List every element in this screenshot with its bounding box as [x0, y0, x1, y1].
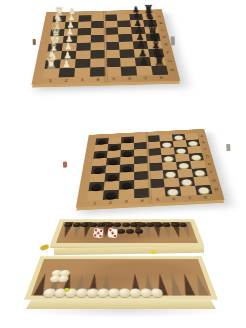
checker-light: ● [161, 154, 176, 162]
chess-board-view: 12345678 ABCDEFGH ♜♞♝♛♚♝♞♜♟♟♟♟♟♟♟♟♟♟♟♟♟♟… [21, 0, 204, 102]
backgammon-upper-half [49, 219, 204, 246]
chess-pieces-layer: ♜♞♝♛♚♝♞♜♟♟♟♟♟♟♟♟♟♟♟♟♟♟♟♟♜♞♝♛♚♝♞♜ [31, 9, 180, 84]
chess-piece-black-pawn: ♟ [136, 54, 152, 71]
label-sticker [150, 250, 157, 254]
chess-piece-white-pawn: ♟ [59, 56, 75, 73]
checker-dark: ● [119, 180, 134, 190]
checker-dark: ● [88, 182, 104, 192]
checker-dark: ● [91, 165, 106, 174]
clasp [226, 144, 230, 151]
checker-light: ● [160, 141, 174, 148]
hinge-pin [63, 161, 67, 167]
checker-dark: ● [120, 149, 134, 157]
checker-light: ● [188, 153, 203, 161]
checker-dark: ● [103, 190, 119, 200]
checker-light: ● [165, 187, 182, 197]
backgammon-checker-dark [122, 223, 130, 228]
checker-dark: ● [108, 143, 122, 150]
checker-light: ● [172, 134, 186, 141]
checker-light: ● [174, 147, 189, 155]
checker-dark: ● [120, 164, 134, 173]
checker-light: ● [178, 177, 195, 187]
checkers-board-view: 12345678 ABCDEFGH ●●●●●●●●●●●●●●●●●●●●●●… [58, 107, 246, 217]
checker-dark: ● [105, 173, 120, 182]
backgammon-checker-light [57, 275, 69, 282]
label-sticker [39, 244, 49, 252]
product-photo: 12345678 ABCDEFGH ♜♞♝♛♚♝♞♜♟♟♟♟♟♟♟♟♟♟♟♟♟♟… [0, 0, 246, 328]
checkers-pieces-layer: ●●●●●●●●●●●●●●●●●●●●●●●● [76, 129, 225, 208]
checker-dark: ● [106, 157, 120, 165]
chess-piece-white-rook: ♜ [43, 56, 59, 73]
checker-light: ● [192, 168, 208, 177]
backgammon-point [180, 222, 194, 238]
backgammon-point [192, 273, 209, 295]
backgammon-point [180, 273, 195, 295]
hinge-pin [33, 39, 36, 45]
chess-piece-black-rook: ♜ [152, 53, 168, 70]
backgammon-point [167, 273, 181, 295]
checker-dark: ● [95, 138, 109, 145]
backgammon-board-view [18, 206, 230, 326]
checkers-board: 12345678 ABCDEFGH ●●●●●●●●●●●●●●●●●●●●●●… [76, 129, 225, 208]
light-checkers-row [43, 288, 163, 297]
die [93, 228, 103, 238]
backgammon-checker-light [151, 288, 164, 297]
checker-light: ● [176, 161, 192, 170]
clasp [171, 36, 175, 45]
checker-light: ● [186, 139, 201, 146]
hinge-rail [54, 246, 204, 256]
checker-light: ● [163, 170, 179, 179]
checker-light: ● [195, 185, 213, 195]
backgammon-lower-half [24, 256, 218, 299]
board-front-edge [26, 299, 216, 309]
backgammon-point [60, 222, 74, 238]
checker-dark: ● [121, 136, 134, 143]
die [107, 228, 117, 238]
chess-board: 12345678 ABCDEFGH ♜♞♝♛♚♝♞♜♟♟♟♟♟♟♟♟♟♟♟♟♟♟… [31, 9, 180, 84]
checker-dark: ● [93, 151, 107, 159]
